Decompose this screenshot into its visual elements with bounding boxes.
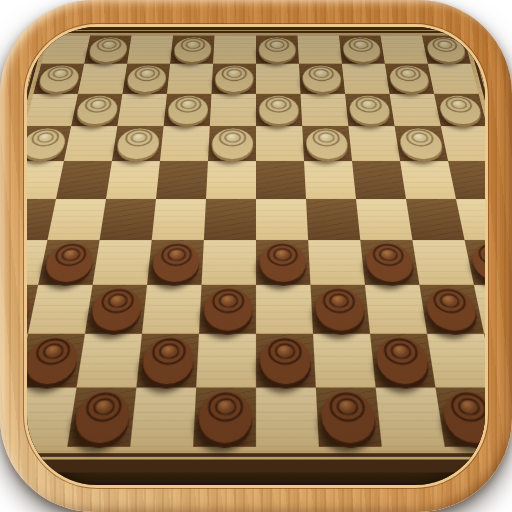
dark-piece[interactable]: ●: [316, 386, 381, 440]
square-r7c6[interactable]: ●: [256, 240, 310, 285]
light-piece[interactable]: ●: [35, 63, 85, 90]
square-r4c10[interactable]: [441, 126, 485, 161]
square-r10c7[interactable]: ●: [316, 388, 382, 447]
dark-piece[interactable]: ●: [311, 283, 370, 327]
light-piece[interactable]: ●: [256, 93, 302, 122]
square-r6c5[interactable]: [204, 199, 256, 240]
square-r5c9[interactable]: [400, 161, 456, 199]
square-r9c4[interactable]: ●: [136, 334, 199, 388]
square-r5c7[interactable]: [304, 161, 356, 199]
light-piece[interactable]: ●: [434, 93, 485, 122]
square-r3c6[interactable]: ●: [256, 94, 302, 126]
dark-piece[interactable]: ●: [435, 386, 485, 440]
light-piece[interactable]: ●: [339, 35, 384, 60]
light-piece[interactable]: ●: [85, 35, 132, 60]
light-piece[interactable]: ●: [123, 63, 170, 90]
light-piece[interactable]: ●: [395, 125, 448, 157]
square-r10c9[interactable]: ●: [435, 388, 485, 447]
dark-piece[interactable]: ●: [69, 386, 137, 440]
square-r10c6[interactable]: [256, 388, 319, 447]
square-r7c2[interactable]: ●: [38, 240, 99, 285]
square-r6c9[interactable]: [406, 199, 465, 240]
dark-piece[interactable]: ●: [27, 332, 85, 381]
square-r4c9[interactable]: ●: [395, 126, 448, 161]
light-piece[interactable]: ●: [171, 35, 215, 60]
board-scene: ●●●●●●●●●●●●●●●●●●●●●●●●●●●●●●●●●●●●●●●●: [27, 27, 485, 472]
square-r6c3[interactable]: [100, 199, 156, 240]
square-r9c2[interactable]: ●: [27, 334, 85, 388]
light-piece[interactable]: ●: [27, 125, 71, 157]
light-piece[interactable]: ●: [302, 125, 351, 157]
square-r4c8[interactable]: [348, 126, 400, 161]
dark-piece[interactable]: ●: [256, 332, 315, 381]
dark-piece[interactable]: ●: [39, 239, 99, 280]
dark-piece[interactable]: ●: [194, 386, 256, 440]
square-r1c8[interactable]: ●: [339, 36, 385, 64]
light-piece[interactable]: ●: [72, 93, 122, 122]
square-r1c10[interactable]: ●: [422, 36, 471, 64]
square-r5c6[interactable]: [256, 161, 306, 199]
square-r3c10[interactable]: ●: [434, 94, 485, 126]
board-well: ●●●●●●●●●●●●●●●●●●●●●●●●●●●●●●●●●●●●●●●●: [27, 27, 485, 485]
dark-piece[interactable]: ●: [148, 239, 204, 280]
square-r5c4[interactable]: [156, 161, 208, 199]
square-r2c1[interactable]: ●: [33, 64, 84, 94]
square-r5c2[interactable]: [56, 161, 112, 199]
dark-piece[interactable]: ●: [256, 239, 310, 280]
dark-piece[interactable]: ●: [370, 332, 434, 381]
light-piece[interactable]: ●: [208, 125, 256, 157]
checkers-board: ●●●●●●●●●●●●●●●●●●●●●●●●●●●●●●●●●●●●●●●●: [27, 27, 485, 472]
dark-piece[interactable]: ●: [199, 283, 255, 327]
square-r4c4[interactable]: [160, 126, 210, 161]
page-background: { "app": { "name": "Checkers", "icon_sty…: [0, 0, 512, 512]
dark-piece[interactable]: ●: [360, 239, 418, 280]
square-r8c5[interactable]: ●: [199, 285, 256, 334]
square-r4c1[interactable]: ●: [27, 126, 71, 161]
light-piece[interactable]: ●: [299, 63, 345, 90]
board-grid: ●●●●●●●●●●●●●●●●●●●●●●●●●●●●●●●●●●●●●●●●: [27, 36, 485, 447]
square-r4c6[interactable]: [256, 126, 304, 161]
square-r10c5[interactable]: ●: [193, 388, 256, 447]
light-piece[interactable]: ●: [422, 35, 470, 60]
square-r10c3[interactable]: ●: [67, 388, 136, 447]
dark-piece[interactable]: ●: [419, 283, 482, 327]
square-r8c3[interactable]: ●: [85, 285, 147, 334]
square-r9c8[interactable]: ●: [370, 334, 435, 388]
square-r8c7[interactable]: ●: [310, 285, 370, 334]
square-r4c2[interactable]: [64, 126, 117, 161]
light-piece[interactable]: ●: [385, 63, 433, 90]
square-r1c6[interactable]: ●: [256, 36, 299, 64]
square-r10c8[interactable]: [376, 388, 445, 447]
square-r2c5[interactable]: ●: [211, 64, 256, 94]
square-r3c8[interactable]: ●: [345, 94, 395, 126]
light-piece[interactable]: ●: [256, 35, 299, 60]
square-r4c5[interactable]: ●: [208, 126, 256, 161]
square-r10c4[interactable]: [130, 388, 196, 447]
square-r2c9[interactable]: ●: [385, 64, 434, 94]
light-piece[interactable]: ●: [113, 125, 164, 157]
square-r1c2[interactable]: ●: [84, 36, 131, 64]
square-r2c7[interactable]: ●: [299, 64, 345, 94]
square-r1c4[interactable]: ●: [170, 36, 214, 64]
square-r5c5[interactable]: [206, 161, 256, 199]
square-r7c4[interactable]: ●: [147, 240, 204, 285]
square-r7c8[interactable]: ●: [360, 240, 419, 285]
square-r4c3[interactable]: ●: [112, 126, 164, 161]
light-piece[interactable]: ●: [164, 93, 211, 122]
square-r2c3[interactable]: ●: [122, 64, 170, 94]
square-r5c3[interactable]: [106, 161, 160, 199]
square-r3c2[interactable]: ●: [71, 94, 122, 126]
light-piece[interactable]: ●: [212, 63, 256, 90]
square-r5c8[interactable]: [352, 161, 406, 199]
light-piece[interactable]: ●: [345, 93, 394, 122]
checkers-app-icon: ●●●●●●●●●●●●●●●●●●●●●●●●●●●●●●●●●●●●●●●●: [0, 0, 512, 512]
square-r9c6[interactable]: ●: [256, 334, 316, 388]
square-r8c9[interactable]: ●: [419, 285, 484, 334]
square-r4c7[interactable]: ●: [302, 126, 352, 161]
square-r6c7[interactable]: [306, 199, 360, 240]
dark-piece[interactable]: ●: [137, 332, 199, 381]
dark-piece[interactable]: ●: [86, 283, 147, 327]
square-r3c4[interactable]: ●: [164, 94, 212, 126]
